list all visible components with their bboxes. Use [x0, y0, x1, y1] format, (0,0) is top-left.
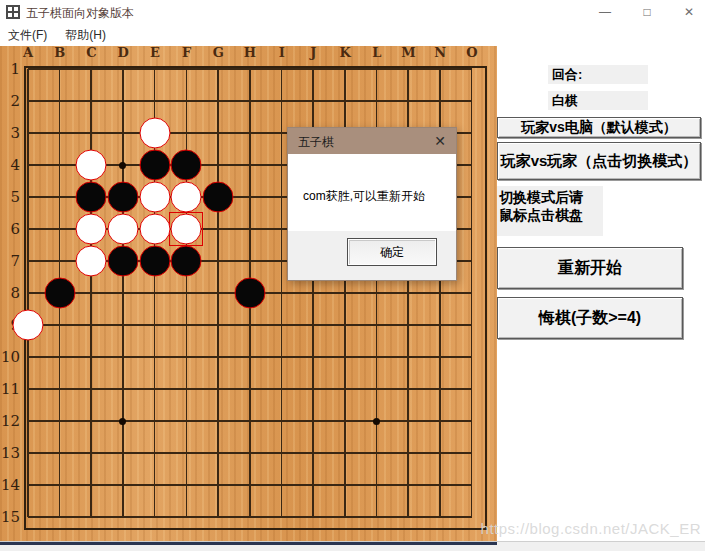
menu-item-1[interactable]: 帮助(H)	[65, 27, 106, 44]
mode-switch-hint: 切换模式后请 鼠标点击棋盘	[497, 186, 603, 236]
intersection-K11[interactable]	[329, 373, 361, 405]
intersection-D13[interactable]	[107, 437, 139, 469]
intersection-B12[interactable]	[44, 405, 76, 437]
intersection-M10[interactable]	[392, 341, 424, 373]
intersection-I15[interactable]	[266, 501, 298, 533]
intersection-D8[interactable]	[107, 277, 139, 309]
black-stone-D7	[107, 246, 138, 277]
intersection-O13[interactable]	[456, 437, 488, 469]
intersection-A13[interactable]	[12, 437, 44, 469]
intersection-G2[interactable]	[202, 85, 234, 117]
intersection-E13[interactable]	[139, 437, 171, 469]
intersection-A1[interactable]	[12, 53, 44, 85]
intersection-H8[interactable]	[234, 277, 266, 309]
black-stone-G5	[203, 182, 234, 213]
intersection-G10[interactable]	[202, 341, 234, 373]
intersection-B7[interactable]	[44, 245, 76, 277]
intersection-L15[interactable]	[361, 501, 393, 533]
black-stone-B8	[44, 278, 75, 309]
white-stone-E3	[139, 118, 170, 149]
intersection-L13[interactable]	[361, 437, 393, 469]
intersection-J2[interactable]	[297, 85, 329, 117]
white-stone-F5	[171, 182, 202, 213]
turn-value: 白棋	[548, 91, 648, 110]
intersection-M8[interactable]	[392, 277, 424, 309]
intersection-C3[interactable]	[75, 117, 107, 149]
intersection-G4[interactable]	[202, 149, 234, 181]
intersection-H5[interactable]	[234, 181, 266, 213]
intersection-A3[interactable]	[12, 117, 44, 149]
intersection-L1[interactable]	[361, 53, 393, 85]
black-stone-C5	[76, 182, 107, 213]
intersection-F3[interactable]	[171, 117, 203, 149]
dialog-footer: 确定	[288, 231, 456, 280]
intersection-G9[interactable]	[202, 309, 234, 341]
intersection-B5[interactable]	[44, 181, 76, 213]
intersection-K14[interactable]	[329, 469, 361, 501]
intersection-F13[interactable]	[171, 437, 203, 469]
intersection-E2[interactable]	[139, 85, 171, 117]
intersection-M12[interactable]	[392, 405, 424, 437]
intersection-N11[interactable]	[424, 373, 456, 405]
intersection-A11[interactable]	[12, 373, 44, 405]
intersection-A7[interactable]	[12, 245, 44, 277]
intersection-J14[interactable]	[297, 469, 329, 501]
intersection-C6[interactable]	[75, 213, 107, 245]
white-stone-A9	[12, 310, 43, 341]
intersection-E14[interactable]	[139, 469, 171, 501]
intersection-O12[interactable]	[456, 405, 488, 437]
intersection-B1[interactable]	[44, 53, 76, 85]
white-stone-F6	[171, 214, 202, 245]
intersection-I9[interactable]	[266, 309, 298, 341]
intersection-K13[interactable]	[329, 437, 361, 469]
intersection-G13[interactable]	[202, 437, 234, 469]
intersection-O2[interactable]	[456, 85, 488, 117]
intersection-J1[interactable]	[297, 53, 329, 85]
intersection-I11[interactable]	[266, 373, 298, 405]
intersection-L10[interactable]	[361, 341, 393, 373]
intersection-F14[interactable]	[171, 469, 203, 501]
intersection-E10[interactable]	[139, 341, 171, 373]
intersection-D15[interactable]	[107, 501, 139, 533]
intersection-D12[interactable]	[107, 405, 139, 437]
intersection-J10[interactable]	[297, 341, 329, 373]
intersection-K9[interactable]	[329, 309, 361, 341]
intersection-O3[interactable]	[456, 117, 488, 149]
intersection-B4[interactable]	[44, 149, 76, 181]
intersection-H7[interactable]	[234, 245, 266, 277]
white-stone-E5	[139, 182, 170, 213]
intersection-B15[interactable]	[44, 501, 76, 533]
white-stone-C4	[76, 150, 107, 181]
dialog-title-bar[interactable]: 五子棋 ✕	[288, 128, 456, 154]
intersection-H9[interactable]	[234, 309, 266, 341]
watermark-text: https://blog.csdn.net/JACK_ER	[481, 520, 701, 537]
intersection-N14[interactable]	[424, 469, 456, 501]
intersection-M9[interactable]	[392, 309, 424, 341]
intersection-A4[interactable]	[12, 149, 44, 181]
maximize-icon[interactable]: □	[639, 5, 655, 19]
intersection-H12[interactable]	[234, 405, 266, 437]
intersection-K1[interactable]	[329, 53, 361, 85]
intersection-A14[interactable]	[12, 469, 44, 501]
intersection-G5[interactable]	[202, 181, 234, 213]
app-grid-icon	[6, 5, 20, 19]
intersection-M1[interactable]	[392, 53, 424, 85]
intersection-H4[interactable]	[234, 149, 266, 181]
title-bar: 五子棋面向对象版本 — □ ✕	[0, 0, 705, 24]
intersection-C11[interactable]	[75, 373, 107, 405]
intersection-D2[interactable]	[107, 85, 139, 117]
intersection-D5[interactable]	[107, 181, 139, 213]
intersection-I2[interactable]	[266, 85, 298, 117]
dialog-message: com获胜,可以重新开始	[303, 188, 425, 205]
window-controls: — □ ✕	[597, 0, 697, 24]
intersection-L2[interactable]	[361, 85, 393, 117]
black-stone-H8	[234, 278, 265, 309]
minimize-icon[interactable]: —	[597, 5, 613, 19]
intersection-K2[interactable]	[329, 85, 361, 117]
intersection-G1[interactable]	[202, 53, 234, 85]
intersection-M11[interactable]	[392, 373, 424, 405]
black-stone-F7	[171, 246, 202, 277]
intersection-F8[interactable]	[171, 277, 203, 309]
intersection-C15[interactable]	[75, 501, 107, 533]
intersection-M13[interactable]	[392, 437, 424, 469]
intersection-D10[interactable]	[107, 341, 139, 373]
intersection-G6[interactable]	[202, 213, 234, 245]
intersection-G14[interactable]	[202, 469, 234, 501]
intersection-H3[interactable]	[234, 117, 266, 149]
intersection-G15[interactable]	[202, 501, 234, 533]
intersection-C8[interactable]	[75, 277, 107, 309]
intersection-O11[interactable]	[456, 373, 488, 405]
intersection-G7[interactable]	[202, 245, 234, 277]
white-stone-C6	[76, 214, 107, 245]
intersection-B8[interactable]	[44, 277, 76, 309]
intersection-E1[interactable]	[139, 53, 171, 85]
intersection-A10[interactable]	[12, 341, 44, 373]
intersection-D6[interactable]	[107, 213, 139, 245]
intersection-C14[interactable]	[75, 469, 107, 501]
intersection-C5[interactable]	[75, 181, 107, 213]
intersection-M14[interactable]	[392, 469, 424, 501]
intersection-D7[interactable]	[107, 245, 139, 277]
intersection-B10[interactable]	[44, 341, 76, 373]
star-point-L12	[373, 418, 380, 425]
intersection-M15[interactable]	[392, 501, 424, 533]
window-bottom-strip	[0, 541, 705, 551]
bottom-accent-line	[0, 542, 497, 545]
intersection-E7[interactable]	[139, 245, 171, 277]
intersection-E8[interactable]	[139, 277, 171, 309]
undo-button[interactable]: 悔棋(子数>=4)	[497, 297, 683, 339]
intersection-F6[interactable]	[171, 213, 203, 245]
intersection-K15[interactable]	[329, 501, 361, 533]
intersection-G11[interactable]	[202, 373, 234, 405]
intersection-F5[interactable]	[171, 181, 203, 213]
intersection-H15[interactable]	[234, 501, 266, 533]
win-dialog: 五子棋 ✕ com获胜,可以重新开始 确定	[287, 127, 457, 281]
intersection-E15[interactable]	[139, 501, 171, 533]
intersection-C1[interactable]	[75, 53, 107, 85]
intersection-O8[interactable]	[456, 277, 488, 309]
intersection-F4[interactable]	[171, 149, 203, 181]
intersection-I12[interactable]	[266, 405, 298, 437]
intersection-F1[interactable]	[171, 53, 203, 85]
intersection-A6[interactable]	[12, 213, 44, 245]
intersection-O4[interactable]	[456, 149, 488, 181]
intersection-C9[interactable]	[75, 309, 107, 341]
intersection-E9[interactable]	[139, 309, 171, 341]
intersection-F11[interactable]	[171, 373, 203, 405]
intersection-L12[interactable]	[361, 405, 393, 437]
intersection-G8[interactable]	[202, 277, 234, 309]
black-stone-F4	[171, 150, 202, 181]
intersection-C2[interactable]	[75, 85, 107, 117]
intersection-E6[interactable]	[139, 213, 171, 245]
intersection-B6[interactable]	[44, 213, 76, 245]
intersection-O7[interactable]	[456, 245, 488, 277]
intersection-E11[interactable]	[139, 373, 171, 405]
intersection-J8[interactable]	[297, 277, 329, 309]
intersection-N9[interactable]	[424, 309, 456, 341]
intersection-O1[interactable]	[456, 53, 488, 85]
intersection-D9[interactable]	[107, 309, 139, 341]
intersection-C13[interactable]	[75, 437, 107, 469]
intersection-J12[interactable]	[297, 405, 329, 437]
intersection-E4[interactable]	[139, 149, 171, 181]
intersection-A5[interactable]	[12, 181, 44, 213]
intersection-G3[interactable]	[202, 117, 234, 149]
black-stone-D5	[107, 182, 138, 213]
app-window: 五子棋面向对象版本 — □ ✕ 文件(F)帮助(H) ABCDEFGHIJKLM…	[0, 0, 705, 551]
intersection-K10[interactable]	[329, 341, 361, 373]
intersection-C10[interactable]	[75, 341, 107, 373]
intersection-C12[interactable]	[75, 405, 107, 437]
white-stone-D6	[107, 214, 138, 245]
intersection-N15[interactable]	[424, 501, 456, 533]
intersection-L14[interactable]	[361, 469, 393, 501]
intersection-B9[interactable]	[44, 309, 76, 341]
ok-button[interactable]: 确定	[347, 238, 437, 266]
intersection-I10[interactable]	[266, 341, 298, 373]
intersection-D11[interactable]	[107, 373, 139, 405]
white-stone-E6	[139, 214, 170, 245]
intersection-O14[interactable]	[456, 469, 488, 501]
star-point-D4	[119, 162, 126, 169]
intersection-K8[interactable]	[329, 277, 361, 309]
intersection-B14[interactable]	[44, 469, 76, 501]
intersection-G12[interactable]	[202, 405, 234, 437]
goban-board-area: ABCDEFGHIJKLMNO 123456789101112131415	[0, 46, 497, 541]
intersection-C4[interactable]	[75, 149, 107, 181]
intersection-N2[interactable]	[424, 85, 456, 117]
player-vs-computer-button[interactable]: 玩家vs电脑（默认模式）	[497, 117, 701, 138]
intersection-J9[interactable]	[297, 309, 329, 341]
intersection-N1[interactable]	[424, 53, 456, 85]
intersection-F10[interactable]	[171, 341, 203, 373]
menu-bar: 文件(F)帮助(H)	[0, 24, 705, 46]
intersection-F2[interactable]	[171, 85, 203, 117]
intersection-L11[interactable]	[361, 373, 393, 405]
intersection-E5[interactable]	[139, 181, 171, 213]
intersection-I1[interactable]	[266, 53, 298, 85]
white-stone-C7	[76, 246, 107, 277]
intersection-O10[interactable]	[456, 341, 488, 373]
intersection-I13[interactable]	[266, 437, 298, 469]
intersection-H14[interactable]	[234, 469, 266, 501]
control-panel: 回合: 白棋 玩家vs电脑（默认模式） 玩家vs玩家（点击切换模式） 切换模式后…	[497, 46, 705, 541]
intersection-H1[interactable]	[234, 53, 266, 85]
dialog-close-icon[interactable]: ✕	[434, 133, 446, 149]
hint-line-2: 鼠标点击棋盘	[499, 206, 603, 224]
intersection-F12[interactable]	[171, 405, 203, 437]
intersection-A15[interactable]	[12, 501, 44, 533]
intersection-H11[interactable]	[234, 373, 266, 405]
intersection-N8[interactable]	[424, 277, 456, 309]
intersection-B3[interactable]	[44, 117, 76, 149]
intersection-J11[interactable]	[297, 373, 329, 405]
intersection-B13[interactable]	[44, 437, 76, 469]
intersection-K12[interactable]	[329, 405, 361, 437]
black-stone-E4	[139, 150, 170, 181]
intersection-J15[interactable]	[297, 501, 329, 533]
intersection-J13[interactable]	[297, 437, 329, 469]
intersection-O5[interactable]	[456, 181, 488, 213]
intersection-E12[interactable]	[139, 405, 171, 437]
window-title: 五子棋面向对象版本	[26, 5, 134, 22]
intersection-C7[interactable]	[75, 245, 107, 277]
intersection-H6[interactable]	[234, 213, 266, 245]
intersection-O9[interactable]	[456, 309, 488, 341]
intersection-A9[interactable]	[12, 309, 44, 341]
hint-line-1: 切换模式后请	[499, 188, 603, 206]
intersection-O6[interactable]	[456, 213, 488, 245]
intersection-D3[interactable]	[107, 117, 139, 149]
board-grid[interactable]	[12, 53, 488, 533]
intersection-L8[interactable]	[361, 277, 393, 309]
intersection-D1[interactable]	[107, 53, 139, 85]
black-stone-E7	[139, 246, 170, 277]
intersection-D4[interactable]	[107, 149, 139, 181]
intersection-E3[interactable]	[139, 117, 171, 149]
intersection-A12[interactable]	[12, 405, 44, 437]
intersection-I14[interactable]	[266, 469, 298, 501]
intersection-H2[interactable]	[234, 85, 266, 117]
dialog-title: 五子棋	[298, 134, 334, 151]
intersection-F15[interactable]	[171, 501, 203, 533]
close-icon[interactable]: ✕	[681, 5, 697, 19]
turn-label: 回合:	[548, 65, 648, 84]
intersection-H10[interactable]	[234, 341, 266, 373]
intersection-A2[interactable]	[12, 85, 44, 117]
player-vs-player-button[interactable]: 玩家vs玩家（点击切换模式）	[497, 142, 701, 180]
intersection-N13[interactable]	[424, 437, 456, 469]
intersection-I8[interactable]	[266, 277, 298, 309]
intersection-L9[interactable]	[361, 309, 393, 341]
intersection-H13[interactable]	[234, 437, 266, 469]
star-point-D12	[119, 418, 126, 425]
intersection-B11[interactable]	[44, 373, 76, 405]
intersection-A8[interactable]	[12, 277, 44, 309]
intersection-D14[interactable]	[107, 469, 139, 501]
intersection-F7[interactable]	[171, 245, 203, 277]
intersection-B2[interactable]	[44, 85, 76, 117]
dialog-body: com获胜,可以重新开始	[288, 154, 456, 233]
intersection-M2[interactable]	[392, 85, 424, 117]
intersection-N12[interactable]	[424, 405, 456, 437]
intersection-F9[interactable]	[171, 309, 203, 341]
intersection-N10[interactable]	[424, 341, 456, 373]
menu-item-0[interactable]: 文件(F)	[8, 27, 47, 44]
restart-button[interactable]: 重新开始	[497, 247, 683, 289]
